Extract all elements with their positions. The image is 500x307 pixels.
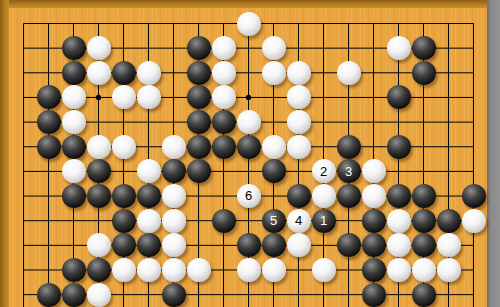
stone-black[interactable] <box>412 61 436 85</box>
board-point[interactable] <box>411 134 436 159</box>
board-point[interactable] <box>186 184 211 209</box>
stone-black[interactable] <box>37 135 61 159</box>
stone-black[interactable] <box>337 233 361 257</box>
board-point[interactable] <box>186 282 211 307</box>
board-point[interactable] <box>461 208 486 233</box>
board-point[interactable] <box>336 282 361 307</box>
board-point[interactable] <box>411 11 436 36</box>
board-point[interactable] <box>336 233 361 258</box>
stone-black[interactable] <box>187 110 211 134</box>
board-point[interactable] <box>361 134 386 159</box>
stone-white[interactable] <box>462 209 486 233</box>
stone-black[interactable] <box>187 61 211 85</box>
stone-white[interactable] <box>87 36 111 60</box>
board-point[interactable] <box>111 134 136 159</box>
board-point[interactable] <box>386 110 411 135</box>
stone-black[interactable] <box>62 61 86 85</box>
board-point[interactable] <box>461 36 486 61</box>
stone-white[interactable] <box>137 61 161 85</box>
stone-white[interactable] <box>162 135 186 159</box>
board-point[interactable] <box>361 11 386 36</box>
board-point[interactable] <box>461 11 486 36</box>
stone-black[interactable] <box>337 135 361 159</box>
board-point[interactable] <box>311 233 336 258</box>
stone-black[interactable] <box>112 184 136 208</box>
stone-white[interactable] <box>287 85 311 109</box>
board-point[interactable] <box>61 36 86 61</box>
stone-white[interactable] <box>237 258 261 282</box>
board-point[interactable] <box>286 60 311 85</box>
stone-black[interactable] <box>62 36 86 60</box>
stone-black[interactable] <box>62 258 86 282</box>
board-point[interactable] <box>36 36 61 61</box>
board-point[interactable] <box>36 85 61 110</box>
board-point[interactable] <box>261 60 286 85</box>
board-point[interactable] <box>86 159 111 184</box>
board-point[interactable] <box>61 184 86 209</box>
board-point[interactable] <box>361 60 386 85</box>
board-point[interactable] <box>211 36 236 61</box>
board-point[interactable] <box>36 233 61 258</box>
board-point[interactable] <box>136 110 161 135</box>
stone-white[interactable] <box>187 258 211 282</box>
board-point[interactable] <box>386 36 411 61</box>
board-point[interactable] <box>436 36 461 61</box>
board-point[interactable] <box>136 36 161 61</box>
board-point[interactable] <box>111 110 136 135</box>
board-point[interactable] <box>36 208 61 233</box>
board-point[interactable] <box>161 85 186 110</box>
stone-black[interactable] <box>112 209 136 233</box>
stone-white[interactable] <box>212 36 236 60</box>
stone-black[interactable] <box>262 159 286 183</box>
board-point[interactable] <box>286 36 311 61</box>
board-point[interactable] <box>36 159 61 184</box>
stone-white[interactable] <box>112 135 136 159</box>
stone-white[interactable] <box>162 258 186 282</box>
stone-white[interactable] <box>112 258 136 282</box>
board-point[interactable] <box>161 258 186 283</box>
board-point[interactable] <box>336 60 361 85</box>
board-point[interactable] <box>161 36 186 61</box>
stone-black[interactable] <box>362 283 386 307</box>
board-point[interactable] <box>361 36 386 61</box>
board-point[interactable] <box>136 233 161 258</box>
board-point[interactable] <box>286 11 311 36</box>
board-point[interactable] <box>36 184 61 209</box>
stone-white[interactable] <box>387 36 411 60</box>
board-point[interactable] <box>336 258 361 283</box>
board-point[interactable] <box>61 60 86 85</box>
board-point[interactable] <box>136 159 161 184</box>
board-point[interactable] <box>36 110 61 135</box>
stone-black[interactable] <box>412 36 436 60</box>
board-point[interactable] <box>236 85 261 110</box>
board-point[interactable] <box>161 184 186 209</box>
board-point[interactable] <box>61 233 86 258</box>
board-point[interactable] <box>461 258 486 283</box>
board-point[interactable] <box>386 233 411 258</box>
board-point[interactable] <box>236 36 261 61</box>
board-point[interactable]: 4 <box>286 208 311 233</box>
board-point[interactable] <box>161 110 186 135</box>
board-point[interactable] <box>61 258 86 283</box>
board-point[interactable] <box>111 208 136 233</box>
stone-black[interactable] <box>187 135 211 159</box>
board-point[interactable] <box>436 134 461 159</box>
stone-black[interactable]: 3 <box>337 159 361 183</box>
board-point[interactable] <box>286 282 311 307</box>
board-point[interactable] <box>386 159 411 184</box>
board-point[interactable] <box>411 60 436 85</box>
stone-black[interactable] <box>362 258 386 282</box>
stone-white[interactable] <box>387 209 411 233</box>
stone-white[interactable] <box>62 110 86 134</box>
board-point[interactable] <box>86 208 111 233</box>
board-point[interactable] <box>386 258 411 283</box>
board-point[interactable] <box>61 282 86 307</box>
board-point[interactable] <box>86 60 111 85</box>
board-point[interactable] <box>86 85 111 110</box>
board-point[interactable] <box>11 85 36 110</box>
stone-black[interactable] <box>162 283 186 307</box>
board-point[interactable] <box>36 11 61 36</box>
board-point[interactable] <box>236 11 261 36</box>
board-point[interactable] <box>136 282 161 307</box>
stone-white[interactable] <box>262 258 286 282</box>
board-point[interactable] <box>311 258 336 283</box>
board-point[interactable] <box>411 258 436 283</box>
stone-white[interactable] <box>412 258 436 282</box>
board-point[interactable] <box>386 184 411 209</box>
board-point[interactable] <box>136 11 161 36</box>
board-point[interactable] <box>61 11 86 36</box>
board-point[interactable] <box>211 159 236 184</box>
board-point[interactable] <box>86 184 111 209</box>
board-point[interactable] <box>211 85 236 110</box>
board-point[interactable] <box>436 282 461 307</box>
stone-white[interactable] <box>237 12 261 36</box>
stone-white[interactable] <box>362 184 386 208</box>
stone-white[interactable] <box>387 258 411 282</box>
board-point[interactable] <box>11 233 36 258</box>
board-point[interactable] <box>436 11 461 36</box>
board-point[interactable] <box>411 110 436 135</box>
board-point[interactable] <box>261 36 286 61</box>
board-point[interactable] <box>386 11 411 36</box>
stone-black[interactable] <box>187 159 211 183</box>
board-point[interactable] <box>86 110 111 135</box>
stone-white[interactable] <box>287 61 311 85</box>
board-point[interactable] <box>386 282 411 307</box>
stone-black[interactable]: 1 <box>312 209 336 233</box>
stone-black[interactable] <box>187 85 211 109</box>
board-point[interactable] <box>11 11 36 36</box>
stone-white[interactable] <box>237 110 261 134</box>
stone-black[interactable] <box>287 184 311 208</box>
stone-white[interactable] <box>287 233 311 257</box>
board-point[interactable] <box>311 110 336 135</box>
board-point[interactable] <box>436 258 461 283</box>
board-point[interactable] <box>311 85 336 110</box>
board-point[interactable] <box>261 184 286 209</box>
board-point[interactable] <box>61 134 86 159</box>
board-point[interactable] <box>211 60 236 85</box>
stone-black[interactable] <box>112 61 136 85</box>
board-point[interactable] <box>186 110 211 135</box>
board-point[interactable] <box>261 233 286 258</box>
stone-white[interactable] <box>137 209 161 233</box>
board-point[interactable] <box>86 282 111 307</box>
board-point[interactable] <box>136 134 161 159</box>
board-point[interactable] <box>36 282 61 307</box>
board-point[interactable] <box>411 85 436 110</box>
board-point[interactable] <box>86 36 111 61</box>
board-point[interactable] <box>236 233 261 258</box>
board-point[interactable] <box>36 134 61 159</box>
board-point[interactable]: 6 <box>236 184 261 209</box>
board-point[interactable] <box>111 11 136 36</box>
board-point[interactable] <box>61 85 86 110</box>
board-point[interactable] <box>11 184 36 209</box>
board-point[interactable] <box>436 60 461 85</box>
board-point[interactable] <box>11 110 36 135</box>
stone-white[interactable] <box>287 135 311 159</box>
board-point[interactable] <box>11 36 36 61</box>
stone-black[interactable] <box>137 233 161 257</box>
board-point[interactable] <box>211 258 236 283</box>
board-point[interactable] <box>111 60 136 85</box>
board-point[interactable] <box>211 282 236 307</box>
board-point[interactable] <box>411 184 436 209</box>
stone-black[interactable] <box>412 233 436 257</box>
board-point[interactable] <box>186 134 211 159</box>
board-point[interactable] <box>336 11 361 36</box>
board-point[interactable] <box>186 233 211 258</box>
board-point[interactable] <box>136 258 161 283</box>
board-point[interactable] <box>286 184 311 209</box>
stone-white[interactable] <box>87 283 111 307</box>
board-point[interactable] <box>11 159 36 184</box>
stone-black[interactable] <box>237 135 261 159</box>
board-point[interactable] <box>411 208 436 233</box>
board-point[interactable] <box>236 110 261 135</box>
board-point[interactable] <box>161 282 186 307</box>
board-point[interactable] <box>311 36 336 61</box>
stone-white[interactable] <box>137 85 161 109</box>
board-point[interactable] <box>286 85 311 110</box>
board-point[interactable] <box>286 134 311 159</box>
board-point[interactable] <box>436 233 461 258</box>
stone-white[interactable] <box>287 110 311 134</box>
stone-white[interactable] <box>212 61 236 85</box>
stone-black[interactable] <box>412 184 436 208</box>
stone-black[interactable] <box>87 258 111 282</box>
board-point[interactable] <box>336 110 361 135</box>
board-point[interactable] <box>261 134 286 159</box>
board-point[interactable] <box>36 258 61 283</box>
board-point[interactable] <box>311 282 336 307</box>
board-point[interactable] <box>461 159 486 184</box>
board-point[interactable] <box>11 282 36 307</box>
stone-white[interactable] <box>62 85 86 109</box>
stone-white[interactable] <box>87 61 111 85</box>
board-point[interactable] <box>211 11 236 36</box>
board-point[interactable] <box>286 233 311 258</box>
stone-black[interactable] <box>412 209 436 233</box>
board-point[interactable] <box>86 233 111 258</box>
board-point[interactable] <box>461 282 486 307</box>
board-point[interactable] <box>286 258 311 283</box>
stone-white[interactable] <box>87 233 111 257</box>
board-point[interactable] <box>361 184 386 209</box>
board-point[interactable] <box>436 208 461 233</box>
stone-white[interactable] <box>387 233 411 257</box>
board-point[interactable] <box>436 184 461 209</box>
board-point[interactable]: 2 <box>311 159 336 184</box>
stone-white[interactable]: 4 <box>287 209 311 233</box>
board-point[interactable] <box>236 60 261 85</box>
board-point[interactable] <box>386 85 411 110</box>
stone-white[interactable] <box>162 184 186 208</box>
stone-white[interactable] <box>337 61 361 85</box>
board-point[interactable]: 3 <box>336 159 361 184</box>
board-point[interactable] <box>236 159 261 184</box>
board-point[interactable]: 1 <box>311 208 336 233</box>
board-point[interactable] <box>186 60 211 85</box>
stone-black[interactable] <box>212 209 236 233</box>
stone-black[interactable] <box>62 135 86 159</box>
board-point[interactable] <box>336 208 361 233</box>
stone-black[interactable] <box>462 184 486 208</box>
stone-white[interactable] <box>362 159 386 183</box>
board-point[interactable] <box>361 110 386 135</box>
board-point[interactable] <box>261 282 286 307</box>
stone-black[interactable] <box>212 110 236 134</box>
board-point[interactable] <box>261 110 286 135</box>
board-point[interactable] <box>111 233 136 258</box>
stone-black[interactable] <box>137 184 161 208</box>
board-point[interactable] <box>411 36 436 61</box>
board-point[interactable] <box>436 85 461 110</box>
board-point[interactable] <box>186 159 211 184</box>
stone-black[interactable] <box>362 209 386 233</box>
board-point[interactable] <box>261 85 286 110</box>
board-point[interactable] <box>286 159 311 184</box>
stone-black[interactable] <box>387 184 411 208</box>
board-point[interactable] <box>261 11 286 36</box>
stone-white[interactable] <box>137 258 161 282</box>
stone-black[interactable] <box>237 233 261 257</box>
board-point[interactable] <box>186 258 211 283</box>
stone-white[interactable] <box>87 135 111 159</box>
board-point[interactable] <box>86 258 111 283</box>
board-point[interactable] <box>461 134 486 159</box>
stone-white[interactable] <box>212 85 236 109</box>
board-point[interactable] <box>61 159 86 184</box>
stone-black[interactable] <box>37 283 61 307</box>
board-point[interactable] <box>211 233 236 258</box>
board-point[interactable] <box>361 258 386 283</box>
board-point[interactable] <box>261 159 286 184</box>
board-point[interactable] <box>161 134 186 159</box>
board-point[interactable] <box>11 258 36 283</box>
board-point[interactable] <box>336 184 361 209</box>
board-point[interactable] <box>311 184 336 209</box>
stone-black[interactable] <box>162 159 186 183</box>
board-point[interactable] <box>461 85 486 110</box>
stone-black[interactable] <box>37 110 61 134</box>
board-point[interactable] <box>386 134 411 159</box>
board-point[interactable] <box>461 60 486 85</box>
board-point[interactable] <box>236 208 261 233</box>
board-point[interactable] <box>186 36 211 61</box>
stone-white[interactable] <box>312 184 336 208</box>
stone-white[interactable] <box>112 85 136 109</box>
board-point[interactable] <box>11 134 36 159</box>
board-point[interactable] <box>236 258 261 283</box>
stone-white[interactable] <box>62 159 86 183</box>
stone-black[interactable] <box>387 135 411 159</box>
stone-black[interactable] <box>37 85 61 109</box>
board-point[interactable] <box>361 282 386 307</box>
board-point[interactable] <box>111 184 136 209</box>
stone-white[interactable] <box>437 233 461 257</box>
board-point[interactable] <box>11 208 36 233</box>
stone-black[interactable] <box>262 233 286 257</box>
board-point[interactable] <box>411 282 436 307</box>
stone-black[interactable] <box>112 233 136 257</box>
board-point[interactable] <box>361 208 386 233</box>
stone-white[interactable] <box>262 61 286 85</box>
stone-white[interactable]: 6 <box>237 184 261 208</box>
stone-white[interactable] <box>312 258 336 282</box>
board-point[interactable] <box>61 208 86 233</box>
stone-black[interactable] <box>362 233 386 257</box>
board-point[interactable] <box>36 60 61 85</box>
board-point[interactable] <box>461 233 486 258</box>
board-point[interactable] <box>361 233 386 258</box>
board-point[interactable] <box>161 11 186 36</box>
stone-white[interactable] <box>262 36 286 60</box>
board-point[interactable] <box>336 36 361 61</box>
board-point[interactable] <box>336 134 361 159</box>
board-point[interactable] <box>211 184 236 209</box>
board-point[interactable] <box>186 85 211 110</box>
board-point[interactable] <box>211 134 236 159</box>
stone-white[interactable]: 2 <box>312 159 336 183</box>
stone-black[interactable] <box>62 283 86 307</box>
board-point[interactable] <box>111 258 136 283</box>
board-point[interactable] <box>386 208 411 233</box>
board-point[interactable] <box>61 110 86 135</box>
board-point[interactable] <box>161 233 186 258</box>
board-point[interactable] <box>286 110 311 135</box>
board-point[interactable] <box>211 208 236 233</box>
stone-black[interactable] <box>412 283 436 307</box>
board-point[interactable] <box>111 159 136 184</box>
board-point[interactable] <box>361 85 386 110</box>
board-point[interactable] <box>161 159 186 184</box>
stone-black[interactable] <box>87 159 111 183</box>
board-point[interactable] <box>461 184 486 209</box>
board-point[interactable] <box>411 159 436 184</box>
board-point[interactable] <box>186 11 211 36</box>
board-point[interactable] <box>86 134 111 159</box>
board-point[interactable] <box>136 208 161 233</box>
board-point[interactable] <box>136 184 161 209</box>
board-point[interactable] <box>136 85 161 110</box>
